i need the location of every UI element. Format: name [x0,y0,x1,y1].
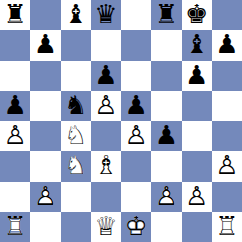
square-a6[interactable] [0,61,30,91]
square-e6[interactable] [121,61,151,91]
white-pawn-outline: ♙ [182,182,212,212]
square-g1[interactable] [182,212,212,242]
white-bishop[interactable]: ♝♗ [91,151,121,181]
square-f7[interactable] [151,30,181,60]
black-rook[interactable]: ♜ [151,0,181,30]
square-c5[interactable]: ♞ [61,91,91,121]
square-h7[interactable]: ♟ [212,30,242,60]
black-bishop[interactable]: ♝ [61,0,91,30]
square-d4[interactable] [91,121,121,151]
square-e8[interactable] [121,0,151,30]
square-d6[interactable]: ♟ [91,61,121,91]
black-pawn[interactable]: ♟ [182,61,212,91]
black-rook[interactable]: ♜ [0,0,30,30]
white-king[interactable]: ♚♔ [121,212,151,242]
black-pawn-glyph: ♟ [0,91,30,121]
white-knight-outline: ♘ [61,151,91,181]
white-rook-outline: ♖ [212,212,242,242]
white-pawn[interactable]: ♟♙ [30,182,60,212]
white-bishop-outline: ♗ [91,151,121,181]
white-knight[interactable]: ♞♘ [61,121,91,151]
square-f1[interactable] [151,212,181,242]
square-d8[interactable]: ♛ [91,0,121,30]
white-pawn[interactable]: ♟♙ [91,91,121,121]
square-d3[interactable]: ♝♗ [91,151,121,181]
square-b3[interactable] [30,151,60,181]
square-f2[interactable]: ♟♙ [151,182,181,212]
square-c1[interactable] [61,212,91,242]
white-pawn[interactable]: ♟♙ [182,182,212,212]
square-a3[interactable] [0,151,30,181]
black-bishop[interactable]: ♝ [182,30,212,60]
white-pawn-outline: ♙ [121,121,151,151]
square-c8[interactable]: ♝ [61,0,91,30]
black-queen-glyph: ♛ [91,0,121,30]
square-h6[interactable] [212,61,242,91]
square-g2[interactable]: ♟♙ [182,182,212,212]
black-pawn-glyph: ♟ [212,30,242,60]
square-a1[interactable]: ♜♖ [0,212,30,242]
white-pawn[interactable]: ♟♙ [151,182,181,212]
white-king-outline: ♔ [121,212,151,242]
square-g3[interactable] [182,151,212,181]
white-rook-outline: ♖ [0,212,30,242]
square-b8[interactable] [30,0,60,30]
chess-board: ♜♝♛♜♚♟♝♟♟♟♟♞♟♙♟♟♙♞♘♟♙♟♞♘♝♗♟♙♟♙♟♙♟♙♜♖♛♕♚♔… [0,0,242,242]
square-a4[interactable]: ♟♙ [0,121,30,151]
square-d5[interactable]: ♟♙ [91,91,121,121]
square-b6[interactable] [30,61,60,91]
black-pawn[interactable]: ♟ [151,121,181,151]
white-knight[interactable]: ♞♘ [61,151,91,181]
square-h4[interactable] [212,121,242,151]
black-bishop-glyph: ♝ [61,0,91,30]
white-pawn[interactable]: ♟♙ [121,121,151,151]
black-pawn-glyph: ♟ [30,30,60,60]
white-pawn-outline: ♙ [91,91,121,121]
square-e5[interactable]: ♟ [121,91,151,121]
black-knight-glyph: ♞ [61,91,91,121]
square-e4[interactable]: ♟♙ [121,121,151,151]
square-f6[interactable] [151,61,181,91]
square-e2[interactable] [121,182,151,212]
white-pawn-outline: ♙ [151,182,181,212]
black-pawn[interactable]: ♟ [121,91,151,121]
white-queen-outline: ♕ [91,212,121,242]
square-b2[interactable]: ♟♙ [30,182,60,212]
black-pawn[interactable]: ♟ [212,30,242,60]
square-f3[interactable] [151,151,181,181]
white-rook[interactable]: ♜♖ [0,212,30,242]
square-c2[interactable] [61,182,91,212]
square-e3[interactable] [121,151,151,181]
black-knight[interactable]: ♞ [61,91,91,121]
square-h3[interactable]: ♟♙ [212,151,242,181]
white-queen[interactable]: ♛♕ [91,212,121,242]
square-h5[interactable] [212,91,242,121]
white-pawn-outline: ♙ [212,151,242,181]
square-g6[interactable]: ♟ [182,61,212,91]
black-rook-glyph: ♜ [151,0,181,30]
square-g7[interactable]: ♝ [182,30,212,60]
black-pawn-glyph: ♟ [151,121,181,151]
black-bishop-glyph: ♝ [182,30,212,60]
black-king-glyph: ♚ [182,0,212,30]
square-a7[interactable] [0,30,30,60]
square-g8[interactable]: ♚ [182,0,212,30]
white-pawn[interactable]: ♟♙ [212,151,242,181]
square-c3[interactable]: ♞♘ [61,151,91,181]
square-d2[interactable] [91,182,121,212]
black-pawn[interactable]: ♟ [0,91,30,121]
white-rook[interactable]: ♜♖ [212,212,242,242]
white-pawn[interactable]: ♟♙ [0,121,30,151]
square-a8[interactable]: ♜ [0,0,30,30]
square-h1[interactable]: ♜♖ [212,212,242,242]
black-king[interactable]: ♚ [182,0,212,30]
square-c6[interactable] [61,61,91,91]
square-g5[interactable] [182,91,212,121]
white-pawn-outline: ♙ [30,182,60,212]
square-d1[interactable]: ♛♕ [91,212,121,242]
white-pawn-outline: ♙ [0,121,30,151]
black-pawn[interactable]: ♟ [91,61,121,91]
black-pawn-glyph: ♟ [91,61,121,91]
square-a2[interactable] [0,182,30,212]
square-f4[interactable]: ♟ [151,121,181,151]
black-pawn-glyph: ♟ [182,61,212,91]
square-c7[interactable] [61,30,91,60]
black-pawn[interactable]: ♟ [30,30,60,60]
square-g4[interactable] [182,121,212,151]
black-pawn-glyph: ♟ [121,91,151,121]
black-rook-glyph: ♜ [0,0,30,30]
square-f8[interactable]: ♜ [151,0,181,30]
square-h8[interactable] [212,0,242,30]
square-b4[interactable] [30,121,60,151]
square-c4[interactable]: ♞♘ [61,121,91,151]
square-b5[interactable] [30,91,60,121]
square-b7[interactable]: ♟ [30,30,60,60]
square-e1[interactable]: ♚♔ [121,212,151,242]
square-d7[interactable] [91,30,121,60]
square-f5[interactable] [151,91,181,121]
square-b1[interactable] [30,212,60,242]
black-queen[interactable]: ♛ [91,0,121,30]
square-e7[interactable] [121,30,151,60]
white-knight-outline: ♘ [61,121,91,151]
square-h2[interactable] [212,182,242,212]
square-a5[interactable]: ♟ [0,91,30,121]
